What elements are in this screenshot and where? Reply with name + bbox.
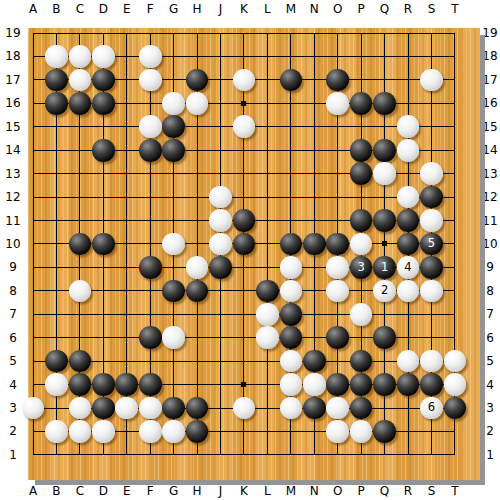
point-J10[interactable] (209, 232, 232, 255)
point-K13[interactable] (232, 162, 255, 185)
point-H19[interactable] (185, 21, 208, 44)
point-N14[interactable] (303, 139, 326, 162)
point-B2[interactable] (45, 420, 68, 443)
point-J8[interactable] (209, 279, 232, 302)
point-R14[interactable] (396, 139, 419, 162)
point-G16[interactable] (162, 92, 185, 115)
point-T10[interactable] (443, 232, 466, 255)
point-N6[interactable] (303, 326, 326, 349)
point-A8[interactable] (21, 279, 44, 302)
point-P4[interactable] (349, 373, 372, 396)
point-A10[interactable] (21, 232, 44, 255)
point-B6[interactable] (45, 326, 68, 349)
point-K7[interactable] (232, 303, 255, 326)
point-F18[interactable] (139, 45, 162, 68)
point-Q6[interactable] (373, 326, 396, 349)
point-C8[interactable] (68, 279, 91, 302)
point-E12[interactable] (115, 185, 138, 208)
point-S11[interactable] (420, 209, 443, 232)
point-L16[interactable] (256, 92, 279, 115)
point-F3[interactable] (139, 396, 162, 419)
point-D11[interactable] (92, 209, 115, 232)
point-J12[interactable] (209, 185, 232, 208)
point-D2[interactable] (92, 420, 115, 443)
point-J11[interactable] (209, 209, 232, 232)
point-M1[interactable] (279, 443, 302, 466)
point-D14[interactable] (92, 139, 115, 162)
point-P11[interactable] (349, 209, 372, 232)
point-R9[interactable]: 4 (396, 256, 419, 279)
point-C19[interactable] (68, 21, 91, 44)
point-A1[interactable] (21, 443, 44, 466)
point-M7[interactable] (279, 303, 302, 326)
point-M19[interactable] (279, 21, 302, 44)
point-L7[interactable] (256, 303, 279, 326)
point-G1[interactable] (162, 443, 185, 466)
point-A17[interactable] (21, 68, 44, 91)
point-J13[interactable] (209, 162, 232, 185)
point-C4[interactable] (68, 373, 91, 396)
point-R19[interactable] (396, 21, 419, 44)
point-S7[interactable] (420, 303, 443, 326)
point-Q10[interactable] (373, 232, 396, 255)
point-J6[interactable] (209, 326, 232, 349)
point-H2[interactable] (185, 420, 208, 443)
point-L10[interactable] (256, 232, 279, 255)
point-D13[interactable] (92, 162, 115, 185)
point-O19[interactable] (326, 21, 349, 44)
point-B17[interactable] (45, 68, 68, 91)
point-H7[interactable] (185, 303, 208, 326)
point-B19[interactable] (45, 21, 68, 44)
point-Q19[interactable] (373, 21, 396, 44)
point-O11[interactable] (326, 209, 349, 232)
point-F6[interactable] (139, 326, 162, 349)
point-N3[interactable] (303, 396, 326, 419)
point-F4[interactable] (139, 373, 162, 396)
point-O5[interactable] (326, 349, 349, 372)
point-F17[interactable] (139, 68, 162, 91)
point-O10[interactable] (326, 232, 349, 255)
point-S5[interactable] (420, 349, 443, 372)
point-S6[interactable] (420, 326, 443, 349)
point-K8[interactable] (232, 279, 255, 302)
point-H8[interactable] (185, 279, 208, 302)
point-J19[interactable] (209, 21, 232, 44)
point-L12[interactable] (256, 185, 279, 208)
point-H5[interactable] (185, 349, 208, 372)
point-A13[interactable] (21, 162, 44, 185)
point-B14[interactable] (45, 139, 68, 162)
point-G8[interactable] (162, 279, 185, 302)
point-J4[interactable] (209, 373, 232, 396)
point-Q5[interactable] (373, 349, 396, 372)
point-F8[interactable] (139, 279, 162, 302)
point-D6[interactable] (92, 326, 115, 349)
point-B7[interactable] (45, 303, 68, 326)
point-T5[interactable] (443, 349, 466, 372)
point-P6[interactable] (349, 326, 372, 349)
point-M11[interactable] (279, 209, 302, 232)
point-G15[interactable] (162, 115, 185, 138)
point-S10[interactable]: 5 (420, 232, 443, 255)
point-E16[interactable] (115, 92, 138, 115)
point-N15[interactable] (303, 115, 326, 138)
point-T3[interactable] (443, 396, 466, 419)
point-M14[interactable] (279, 139, 302, 162)
point-P14[interactable] (349, 139, 372, 162)
point-K10[interactable] (232, 232, 255, 255)
point-M12[interactable] (279, 185, 302, 208)
point-G6[interactable] (162, 326, 185, 349)
point-J1[interactable] (209, 443, 232, 466)
point-M6[interactable] (279, 326, 302, 349)
point-N8[interactable] (303, 279, 326, 302)
point-Q15[interactable] (373, 115, 396, 138)
point-A7[interactable] (21, 303, 44, 326)
point-O16[interactable] (326, 92, 349, 115)
point-F1[interactable] (139, 443, 162, 466)
point-F12[interactable] (139, 185, 162, 208)
point-D4[interactable] (92, 373, 115, 396)
point-G3[interactable] (162, 396, 185, 419)
point-Q17[interactable] (373, 68, 396, 91)
point-R4[interactable] (396, 373, 419, 396)
point-S8[interactable] (420, 279, 443, 302)
point-P3[interactable] (349, 396, 372, 419)
point-C16[interactable] (68, 92, 91, 115)
point-D15[interactable] (92, 115, 115, 138)
point-H12[interactable] (185, 185, 208, 208)
point-J5[interactable] (209, 349, 232, 372)
point-O6[interactable] (326, 326, 349, 349)
point-K2[interactable] (232, 420, 255, 443)
point-O12[interactable] (326, 185, 349, 208)
point-J16[interactable] (209, 92, 232, 115)
point-Q8[interactable]: 2 (373, 279, 396, 302)
point-H18[interactable] (185, 45, 208, 68)
point-T14[interactable] (443, 139, 466, 162)
point-T1[interactable] (443, 443, 466, 466)
point-F16[interactable] (139, 92, 162, 115)
point-B16[interactable] (45, 92, 68, 115)
point-J9[interactable] (209, 256, 232, 279)
point-B15[interactable] (45, 115, 68, 138)
point-S4[interactable] (420, 373, 443, 396)
point-F15[interactable] (139, 115, 162, 138)
point-M18[interactable] (279, 45, 302, 68)
point-E15[interactable] (115, 115, 138, 138)
point-K9[interactable] (232, 256, 255, 279)
point-T9[interactable] (443, 256, 466, 279)
point-C1[interactable] (68, 443, 91, 466)
point-F19[interactable] (139, 21, 162, 44)
point-Q3[interactable] (373, 396, 396, 419)
point-N11[interactable] (303, 209, 326, 232)
point-C3[interactable] (68, 396, 91, 419)
point-T19[interactable] (443, 21, 466, 44)
point-E7[interactable] (115, 303, 138, 326)
point-T6[interactable] (443, 326, 466, 349)
point-M5[interactable] (279, 349, 302, 372)
point-L17[interactable] (256, 68, 279, 91)
point-G7[interactable] (162, 303, 185, 326)
point-L14[interactable] (256, 139, 279, 162)
point-H10[interactable] (185, 232, 208, 255)
point-J18[interactable] (209, 45, 232, 68)
point-E13[interactable] (115, 162, 138, 185)
point-E8[interactable] (115, 279, 138, 302)
point-P13[interactable] (349, 162, 372, 185)
point-F11[interactable] (139, 209, 162, 232)
point-D19[interactable] (92, 21, 115, 44)
point-P5[interactable] (349, 349, 372, 372)
point-N17[interactable] (303, 68, 326, 91)
point-C12[interactable] (68, 185, 91, 208)
point-S19[interactable] (420, 21, 443, 44)
point-R12[interactable] (396, 185, 419, 208)
point-E10[interactable] (115, 232, 138, 255)
point-N16[interactable] (303, 92, 326, 115)
point-P1[interactable] (349, 443, 372, 466)
point-R18[interactable] (396, 45, 419, 68)
point-B18[interactable] (45, 45, 68, 68)
point-K15[interactable] (232, 115, 255, 138)
point-A3[interactable] (21, 396, 44, 419)
point-L3[interactable] (256, 396, 279, 419)
point-O8[interactable] (326, 279, 349, 302)
point-P8[interactable] (349, 279, 372, 302)
point-K1[interactable] (232, 443, 255, 466)
point-C7[interactable] (68, 303, 91, 326)
point-D5[interactable] (92, 349, 115, 372)
point-T12[interactable] (443, 185, 466, 208)
point-N10[interactable] (303, 232, 326, 255)
point-M2[interactable] (279, 420, 302, 443)
point-E2[interactable] (115, 420, 138, 443)
point-T8[interactable] (443, 279, 466, 302)
point-T11[interactable] (443, 209, 466, 232)
point-G9[interactable] (162, 256, 185, 279)
point-B1[interactable] (45, 443, 68, 466)
point-G17[interactable] (162, 68, 185, 91)
point-S12[interactable] (420, 185, 443, 208)
point-R7[interactable] (396, 303, 419, 326)
point-R8[interactable] (396, 279, 419, 302)
point-H1[interactable] (185, 443, 208, 466)
point-M8[interactable] (279, 279, 302, 302)
point-F7[interactable] (139, 303, 162, 326)
point-H6[interactable] (185, 326, 208, 349)
point-P2[interactable] (349, 420, 372, 443)
point-K12[interactable] (232, 185, 255, 208)
point-B9[interactable] (45, 256, 68, 279)
point-A9[interactable] (21, 256, 44, 279)
point-D16[interactable] (92, 92, 115, 115)
point-A5[interactable] (21, 349, 44, 372)
point-L19[interactable] (256, 21, 279, 44)
point-T4[interactable] (443, 373, 466, 396)
point-P10[interactable] (349, 232, 372, 255)
point-D9[interactable] (92, 256, 115, 279)
point-N13[interactable] (303, 162, 326, 185)
point-S2[interactable] (420, 420, 443, 443)
point-Q12[interactable] (373, 185, 396, 208)
point-G5[interactable] (162, 349, 185, 372)
point-S17[interactable] (420, 68, 443, 91)
point-F14[interactable] (139, 139, 162, 162)
point-E17[interactable] (115, 68, 138, 91)
point-P9[interactable]: 3 (349, 256, 372, 279)
point-Q1[interactable] (373, 443, 396, 466)
point-H14[interactable] (185, 139, 208, 162)
point-P17[interactable] (349, 68, 372, 91)
point-E9[interactable] (115, 256, 138, 279)
point-M10[interactable] (279, 232, 302, 255)
point-K18[interactable] (232, 45, 255, 68)
point-G2[interactable] (162, 420, 185, 443)
point-T13[interactable] (443, 162, 466, 185)
point-C15[interactable] (68, 115, 91, 138)
point-N4[interactable] (303, 373, 326, 396)
point-O9[interactable] (326, 256, 349, 279)
point-N1[interactable] (303, 443, 326, 466)
point-A18[interactable] (21, 45, 44, 68)
point-C5[interactable] (68, 349, 91, 372)
point-T7[interactable] (443, 303, 466, 326)
point-O14[interactable] (326, 139, 349, 162)
point-A11[interactable] (21, 209, 44, 232)
point-S1[interactable] (420, 443, 443, 466)
point-E6[interactable] (115, 326, 138, 349)
point-K17[interactable] (232, 68, 255, 91)
point-T17[interactable] (443, 68, 466, 91)
point-O4[interactable] (326, 373, 349, 396)
point-K5[interactable] (232, 349, 255, 372)
point-J17[interactable] (209, 68, 232, 91)
point-S15[interactable] (420, 115, 443, 138)
point-G4[interactable] (162, 373, 185, 396)
point-G19[interactable] (162, 21, 185, 44)
point-A19[interactable] (21, 21, 44, 44)
point-P12[interactable] (349, 185, 372, 208)
point-R5[interactable] (396, 349, 419, 372)
point-K19[interactable] (232, 21, 255, 44)
point-T18[interactable] (443, 45, 466, 68)
point-Q14[interactable] (373, 139, 396, 162)
point-J2[interactable] (209, 420, 232, 443)
point-L1[interactable] (256, 443, 279, 466)
point-E11[interactable] (115, 209, 138, 232)
point-H15[interactable] (185, 115, 208, 138)
point-M16[interactable] (279, 92, 302, 115)
point-E14[interactable] (115, 139, 138, 162)
point-R17[interactable] (396, 68, 419, 91)
point-B4[interactable] (45, 373, 68, 396)
point-G12[interactable] (162, 185, 185, 208)
point-B12[interactable] (45, 185, 68, 208)
point-R11[interactable] (396, 209, 419, 232)
point-M13[interactable] (279, 162, 302, 185)
point-J14[interactable] (209, 139, 232, 162)
point-D3[interactable] (92, 396, 115, 419)
point-E3[interactable] (115, 396, 138, 419)
point-N2[interactable] (303, 420, 326, 443)
point-N18[interactable] (303, 45, 326, 68)
point-B8[interactable] (45, 279, 68, 302)
point-O15[interactable] (326, 115, 349, 138)
point-L2[interactable] (256, 420, 279, 443)
point-D1[interactable] (92, 443, 115, 466)
point-R16[interactable] (396, 92, 419, 115)
point-M3[interactable] (279, 396, 302, 419)
point-R2[interactable] (396, 420, 419, 443)
point-G14[interactable] (162, 139, 185, 162)
point-L4[interactable] (256, 373, 279, 396)
point-Q16[interactable] (373, 92, 396, 115)
point-L8[interactable] (256, 279, 279, 302)
point-N5[interactable] (303, 349, 326, 372)
point-A6[interactable] (21, 326, 44, 349)
point-C13[interactable] (68, 162, 91, 185)
point-N7[interactable] (303, 303, 326, 326)
point-R6[interactable] (396, 326, 419, 349)
point-C9[interactable] (68, 256, 91, 279)
point-K11[interactable] (232, 209, 255, 232)
point-A12[interactable] (21, 185, 44, 208)
point-C18[interactable] (68, 45, 91, 68)
point-G11[interactable] (162, 209, 185, 232)
point-M9[interactable] (279, 256, 302, 279)
point-M17[interactable] (279, 68, 302, 91)
point-O2[interactable] (326, 420, 349, 443)
point-E1[interactable] (115, 443, 138, 466)
point-K3[interactable] (232, 396, 255, 419)
point-M15[interactable] (279, 115, 302, 138)
point-F2[interactable] (139, 420, 162, 443)
point-D17[interactable] (92, 68, 115, 91)
point-F5[interactable] (139, 349, 162, 372)
point-O1[interactable] (326, 443, 349, 466)
point-K16[interactable] (232, 92, 255, 115)
point-Q4[interactable] (373, 373, 396, 396)
point-H9[interactable] (185, 256, 208, 279)
point-M4[interactable] (279, 373, 302, 396)
point-B5[interactable] (45, 349, 68, 372)
point-T2[interactable] (443, 420, 466, 443)
point-G10[interactable] (162, 232, 185, 255)
point-B10[interactable] (45, 232, 68, 255)
point-O18[interactable] (326, 45, 349, 68)
point-O13[interactable] (326, 162, 349, 185)
point-A16[interactable] (21, 92, 44, 115)
point-R13[interactable] (396, 162, 419, 185)
point-B11[interactable] (45, 209, 68, 232)
point-D12[interactable] (92, 185, 115, 208)
point-K4[interactable] (232, 373, 255, 396)
point-B3[interactable] (45, 396, 68, 419)
point-Q9[interactable]: 1 (373, 256, 396, 279)
point-H4[interactable] (185, 373, 208, 396)
point-L18[interactable] (256, 45, 279, 68)
point-L15[interactable] (256, 115, 279, 138)
point-N12[interactable] (303, 185, 326, 208)
point-C2[interactable] (68, 420, 91, 443)
point-T16[interactable] (443, 92, 466, 115)
point-D8[interactable] (92, 279, 115, 302)
point-H13[interactable] (185, 162, 208, 185)
point-N19[interactable] (303, 21, 326, 44)
